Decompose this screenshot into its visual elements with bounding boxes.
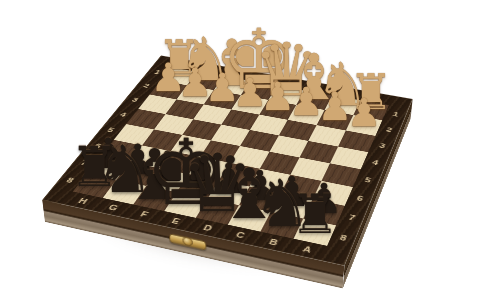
chess-set-photo: HGFEDCBA 12345678 12345678 ♜♞♝♛♚♝♞♜♟♟♟♟♟… — [0, 0, 480, 296]
brass-latch-icon — [169, 233, 207, 251]
